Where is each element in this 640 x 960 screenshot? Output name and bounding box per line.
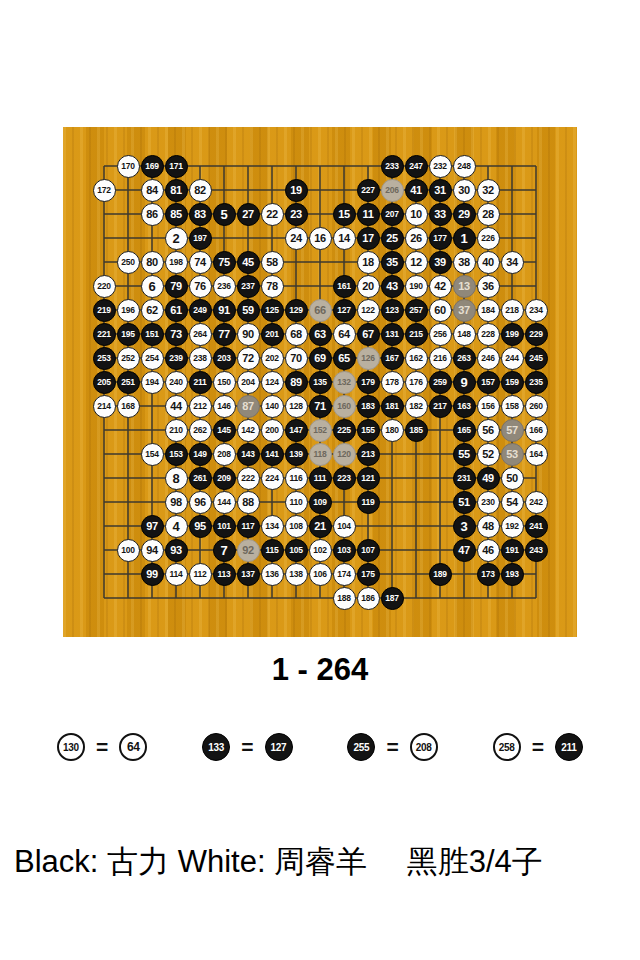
stone-240: 240 (165, 371, 188, 394)
stone-82: 82 (189, 179, 212, 202)
stone-207: 207 (381, 203, 404, 226)
stone-210: 210 (165, 419, 188, 442)
stone-55: 55 (453, 443, 476, 466)
stone-158: 158 (501, 395, 524, 418)
equivalence-stone-211: 211 (555, 733, 583, 761)
stone-227: 227 (357, 179, 380, 202)
stone-102: 102 (309, 539, 332, 562)
stone-33: 33 (429, 203, 452, 226)
stone-238: 238 (189, 347, 212, 370)
stone-13: 13 (453, 275, 476, 298)
stone-85: 85 (165, 203, 188, 226)
stone-120: 120 (333, 443, 356, 466)
stone-47: 47 (453, 539, 476, 562)
stone-219: 219 (93, 299, 116, 322)
stone-146: 146 (213, 395, 236, 418)
stone-144: 144 (213, 491, 236, 514)
stone-226: 226 (477, 227, 500, 250)
stone-76: 76 (189, 275, 212, 298)
stone-43: 43 (381, 275, 404, 298)
stone-12: 12 (405, 251, 428, 274)
stone-31: 31 (429, 179, 452, 202)
stone-124: 124 (261, 371, 284, 394)
move-range-label: 1 - 264 (0, 652, 640, 688)
stone-260: 260 (525, 395, 548, 418)
stone-129: 129 (285, 299, 308, 322)
stone-200: 200 (261, 419, 284, 442)
stone-52: 52 (477, 443, 500, 466)
stone-56: 56 (477, 419, 500, 442)
stone-245: 245 (525, 347, 548, 370)
stone-88: 88 (237, 491, 260, 514)
stone-61: 61 (165, 299, 188, 322)
stone-222: 222 (237, 467, 260, 490)
stone-20: 20 (357, 275, 380, 298)
stone-148: 148 (453, 323, 476, 346)
stone-237: 237 (237, 275, 260, 298)
stone-262: 262 (189, 419, 212, 442)
stone-252: 252 (117, 347, 140, 370)
equivalence-row: 130=64133=127255=208258=211 (0, 733, 640, 761)
stone-173: 173 (477, 563, 500, 586)
stone-254: 254 (141, 347, 164, 370)
stone-189: 189 (429, 563, 452, 586)
equivalence-stone-255: 255 (347, 733, 375, 761)
stone-261: 261 (189, 467, 212, 490)
equivalence-stone-64: 64 (119, 733, 147, 761)
equals-sign: = (96, 735, 108, 759)
stone-153: 153 (165, 443, 188, 466)
stone-63: 63 (309, 323, 332, 346)
stone-62: 62 (141, 299, 164, 322)
stone-190: 190 (405, 275, 428, 298)
stone-18: 18 (357, 251, 380, 274)
stone-4: 4 (165, 515, 188, 538)
stone-37: 37 (453, 299, 476, 322)
stone-167: 167 (381, 347, 404, 370)
stone-22: 22 (261, 203, 284, 226)
stone-208: 208 (213, 443, 236, 466)
stone-132: 132 (333, 371, 356, 394)
stone-67: 67 (357, 323, 380, 346)
stone-21: 21 (309, 515, 332, 538)
stone-138: 138 (285, 563, 308, 586)
stone-197: 197 (189, 227, 212, 250)
stone-25: 25 (381, 227, 404, 250)
stone-228: 228 (477, 323, 500, 346)
stone-24: 24 (285, 227, 308, 250)
stone-247: 247 (405, 155, 428, 178)
stone-160: 160 (333, 395, 356, 418)
stone-217: 217 (429, 395, 452, 418)
stone-89: 89 (285, 371, 308, 394)
stone-179: 179 (357, 371, 380, 394)
stone-1: 1 (453, 227, 476, 250)
stone-68: 68 (285, 323, 308, 346)
stone-193: 193 (501, 563, 524, 586)
stone-231: 231 (453, 467, 476, 490)
stone-256: 256 (429, 323, 452, 346)
stone-72: 72 (237, 347, 260, 370)
equivalence-stone-130: 130 (57, 733, 85, 761)
stone-114: 114 (165, 563, 188, 586)
stone-118: 118 (309, 443, 332, 466)
equivalence-group: 255=208 (347, 733, 437, 761)
stone-27: 27 (237, 203, 260, 226)
stone-161: 161 (333, 275, 356, 298)
stone-180: 180 (381, 419, 404, 442)
stone-244: 244 (501, 347, 524, 370)
stone-250: 250 (117, 251, 140, 274)
stone-155: 155 (357, 419, 380, 442)
stone-117: 117 (237, 515, 260, 538)
stone-149: 149 (189, 443, 212, 466)
stone-121: 121 (357, 467, 380, 490)
stone-7: 7 (213, 539, 236, 562)
stone-111: 111 (309, 467, 332, 490)
stone-32: 32 (477, 179, 500, 202)
stone-139: 139 (285, 443, 308, 466)
equals-sign: = (532, 735, 544, 759)
stone-171: 171 (165, 155, 188, 178)
stone-246: 246 (477, 347, 500, 370)
stone-100: 100 (117, 539, 140, 562)
equals-sign: = (386, 735, 398, 759)
stone-243: 243 (525, 539, 548, 562)
stone-3: 3 (453, 515, 476, 538)
stone-154: 154 (141, 443, 164, 466)
stone-39: 39 (429, 251, 452, 274)
stone-140: 140 (261, 395, 284, 418)
stone-74: 74 (189, 251, 212, 274)
stone-152: 152 (309, 419, 332, 442)
stone-187: 187 (381, 587, 404, 610)
stone-29: 29 (453, 203, 476, 226)
stone-134: 134 (261, 515, 284, 538)
stone-90: 90 (237, 323, 260, 346)
stone-195: 195 (117, 323, 140, 346)
stone-10: 10 (405, 203, 428, 226)
stone-248: 248 (453, 155, 476, 178)
stone-70: 70 (285, 347, 308, 370)
stone-41: 41 (405, 179, 428, 202)
stone-87: 87 (237, 395, 260, 418)
stone-184: 184 (477, 299, 500, 322)
stone-192: 192 (501, 515, 524, 538)
stone-51: 51 (453, 491, 476, 514)
equals-sign: = (241, 735, 253, 759)
stone-6: 6 (141, 275, 164, 298)
stone-137: 137 (237, 563, 260, 586)
stone-151: 151 (141, 323, 164, 346)
equivalence-stone-258: 258 (493, 733, 521, 761)
stone-65: 65 (333, 347, 356, 370)
stone-241: 241 (525, 515, 548, 538)
stone-103: 103 (333, 539, 356, 562)
stone-99: 99 (141, 563, 164, 586)
stone-42: 42 (429, 275, 452, 298)
stone-11: 11 (357, 203, 380, 226)
stone-93: 93 (165, 539, 188, 562)
stone-221: 221 (93, 323, 116, 346)
stone-136: 136 (261, 563, 284, 586)
stone-5: 5 (213, 203, 236, 226)
stone-205: 205 (93, 371, 116, 394)
stone-50: 50 (501, 467, 524, 490)
stone-164: 164 (525, 443, 548, 466)
stone-201: 201 (261, 323, 284, 346)
stone-169: 169 (141, 155, 164, 178)
stone-49: 49 (477, 467, 500, 490)
stone-216: 216 (429, 347, 452, 370)
stone-92: 92 (237, 539, 260, 562)
stone-23: 23 (285, 203, 308, 226)
stone-104: 104 (333, 515, 356, 538)
stone-45: 45 (237, 251, 260, 274)
stone-198: 198 (165, 251, 188, 274)
stone-112: 112 (189, 563, 212, 586)
stone-145: 145 (213, 419, 236, 442)
stone-94: 94 (141, 539, 164, 562)
stone-17: 17 (357, 227, 380, 250)
stone-214: 214 (93, 395, 116, 418)
stone-109: 109 (309, 491, 332, 514)
stone-182: 182 (405, 395, 428, 418)
stone-66: 66 (309, 299, 332, 322)
stone-178: 178 (381, 371, 404, 394)
stone-54: 54 (501, 491, 524, 514)
stone-253: 253 (93, 347, 116, 370)
stone-236: 236 (213, 275, 236, 298)
stone-225: 225 (333, 419, 356, 442)
stone-150: 150 (213, 371, 236, 394)
stone-141: 141 (261, 443, 284, 466)
stone-213: 213 (357, 443, 380, 466)
stone-135: 135 (309, 371, 332, 394)
stone-203: 203 (213, 347, 236, 370)
stone-75: 75 (213, 251, 236, 274)
stone-143: 143 (237, 443, 260, 466)
stone-188: 188 (333, 587, 356, 610)
stone-220: 220 (93, 275, 116, 298)
stone-233: 233 (381, 155, 404, 178)
stone-242: 242 (525, 491, 548, 514)
stone-202: 202 (261, 347, 284, 370)
stone-9: 9 (453, 371, 476, 394)
stone-215: 215 (405, 323, 428, 346)
stone-57: 57 (501, 419, 524, 442)
stone-40: 40 (477, 251, 500, 274)
stone-157: 157 (477, 371, 500, 394)
stone-35: 35 (381, 251, 404, 274)
stone-212: 212 (189, 395, 212, 418)
stone-15: 15 (333, 203, 356, 226)
stone-125: 125 (261, 299, 284, 322)
stone-91: 91 (213, 299, 236, 322)
stone-81: 81 (165, 179, 188, 202)
stone-257: 257 (405, 299, 428, 322)
stone-128: 128 (285, 395, 308, 418)
stone-263: 263 (453, 347, 476, 370)
stone-127: 127 (333, 299, 356, 322)
stone-172: 172 (93, 179, 116, 202)
stone-107: 107 (357, 539, 380, 562)
stone-159: 159 (501, 371, 524, 394)
stone-181: 181 (381, 395, 404, 418)
stone-249: 249 (189, 299, 212, 322)
stone-175: 175 (357, 563, 380, 586)
stone-191: 191 (501, 539, 524, 562)
stone-64: 64 (333, 323, 356, 346)
stone-142: 142 (237, 419, 260, 442)
stone-123: 123 (381, 299, 404, 322)
stone-115: 115 (261, 539, 284, 562)
stone-44: 44 (165, 395, 188, 418)
stone-223: 223 (333, 467, 356, 490)
stone-69: 69 (309, 347, 332, 370)
stone-58: 58 (261, 251, 284, 274)
stone-174: 174 (333, 563, 356, 586)
stone-105: 105 (285, 539, 308, 562)
stone-95: 95 (189, 515, 212, 538)
stone-14: 14 (333, 227, 356, 250)
stone-30: 30 (453, 179, 476, 202)
stone-113: 113 (213, 563, 236, 586)
stone-147: 147 (285, 419, 308, 442)
stone-194: 194 (141, 371, 164, 394)
stone-196: 196 (117, 299, 140, 322)
stone-73: 73 (165, 323, 188, 346)
stone-176: 176 (405, 371, 428, 394)
stone-162: 162 (405, 347, 428, 370)
stone-53: 53 (501, 443, 524, 466)
stone-83: 83 (189, 203, 212, 226)
stone-229: 229 (525, 323, 548, 346)
equivalence-group: 133=127 (202, 733, 292, 761)
stone-251: 251 (117, 371, 140, 394)
stone-80: 80 (141, 251, 164, 274)
stone-2: 2 (165, 227, 188, 250)
stone-46: 46 (477, 539, 500, 562)
stone-26: 26 (405, 227, 428, 250)
equivalence-group: 130=64 (57, 733, 147, 761)
stone-235: 235 (525, 371, 548, 394)
stone-96: 96 (189, 491, 212, 514)
equivalence-stone-127: 127 (265, 733, 293, 761)
stone-234: 234 (525, 299, 548, 322)
stone-259: 259 (429, 371, 452, 394)
stone-86: 86 (141, 203, 164, 226)
stone-230: 230 (477, 491, 500, 514)
stone-28: 28 (477, 203, 500, 226)
stone-264: 264 (189, 323, 212, 346)
stone-218: 218 (501, 299, 524, 322)
stone-19: 19 (285, 179, 308, 202)
stone-78: 78 (261, 275, 284, 298)
stone-232: 232 (429, 155, 452, 178)
stone-71: 71 (309, 395, 332, 418)
stone-131: 131 (381, 323, 404, 346)
stone-36: 36 (477, 275, 500, 298)
stone-166: 166 (525, 419, 548, 442)
stone-199: 199 (501, 323, 524, 346)
stone-106: 106 (309, 563, 332, 586)
stone-48: 48 (477, 515, 500, 538)
stone-209: 209 (213, 467, 236, 490)
stone-204: 204 (237, 371, 260, 394)
equivalence-group: 258=211 (493, 733, 583, 761)
game-info-text: Black: 古力 White: 周睿羊 黑胜3/4子 (14, 841, 634, 883)
stone-186: 186 (357, 587, 380, 610)
stone-59: 59 (237, 299, 260, 322)
stone-8: 8 (165, 467, 188, 490)
stone-38: 38 (453, 251, 476, 274)
stone-110: 110 (285, 491, 308, 514)
stone-183: 183 (357, 395, 380, 418)
stone-122: 122 (357, 299, 380, 322)
stone-170: 170 (117, 155, 140, 178)
equivalence-stone-208: 208 (410, 733, 438, 761)
stone-224: 224 (261, 467, 284, 490)
stone-239: 239 (165, 347, 188, 370)
stone-98: 98 (165, 491, 188, 514)
stone-165: 165 (453, 419, 476, 442)
stone-126: 126 (357, 347, 380, 370)
stone-84: 84 (141, 179, 164, 202)
stone-177: 177 (429, 227, 452, 250)
stone-119: 119 (357, 491, 380, 514)
stone-156: 156 (477, 395, 500, 418)
stone-116: 116 (285, 467, 308, 490)
stone-77: 77 (213, 323, 236, 346)
stone-185: 185 (405, 419, 428, 442)
stone-16: 16 (309, 227, 332, 250)
stone-168: 168 (117, 395, 140, 418)
equivalence-stone-133: 133 (202, 733, 230, 761)
stone-79: 79 (165, 275, 188, 298)
go-board[interactable]: 1701691712332472322481728481821922720641… (63, 127, 577, 637)
stone-97: 97 (141, 515, 164, 538)
stone-34: 34 (501, 251, 524, 274)
stone-206: 206 (381, 179, 404, 202)
stone-101: 101 (213, 515, 236, 538)
stone-60: 60 (429, 299, 452, 322)
stone-211: 211 (189, 371, 212, 394)
stone-108: 108 (285, 515, 308, 538)
stone-163: 163 (453, 395, 476, 418)
